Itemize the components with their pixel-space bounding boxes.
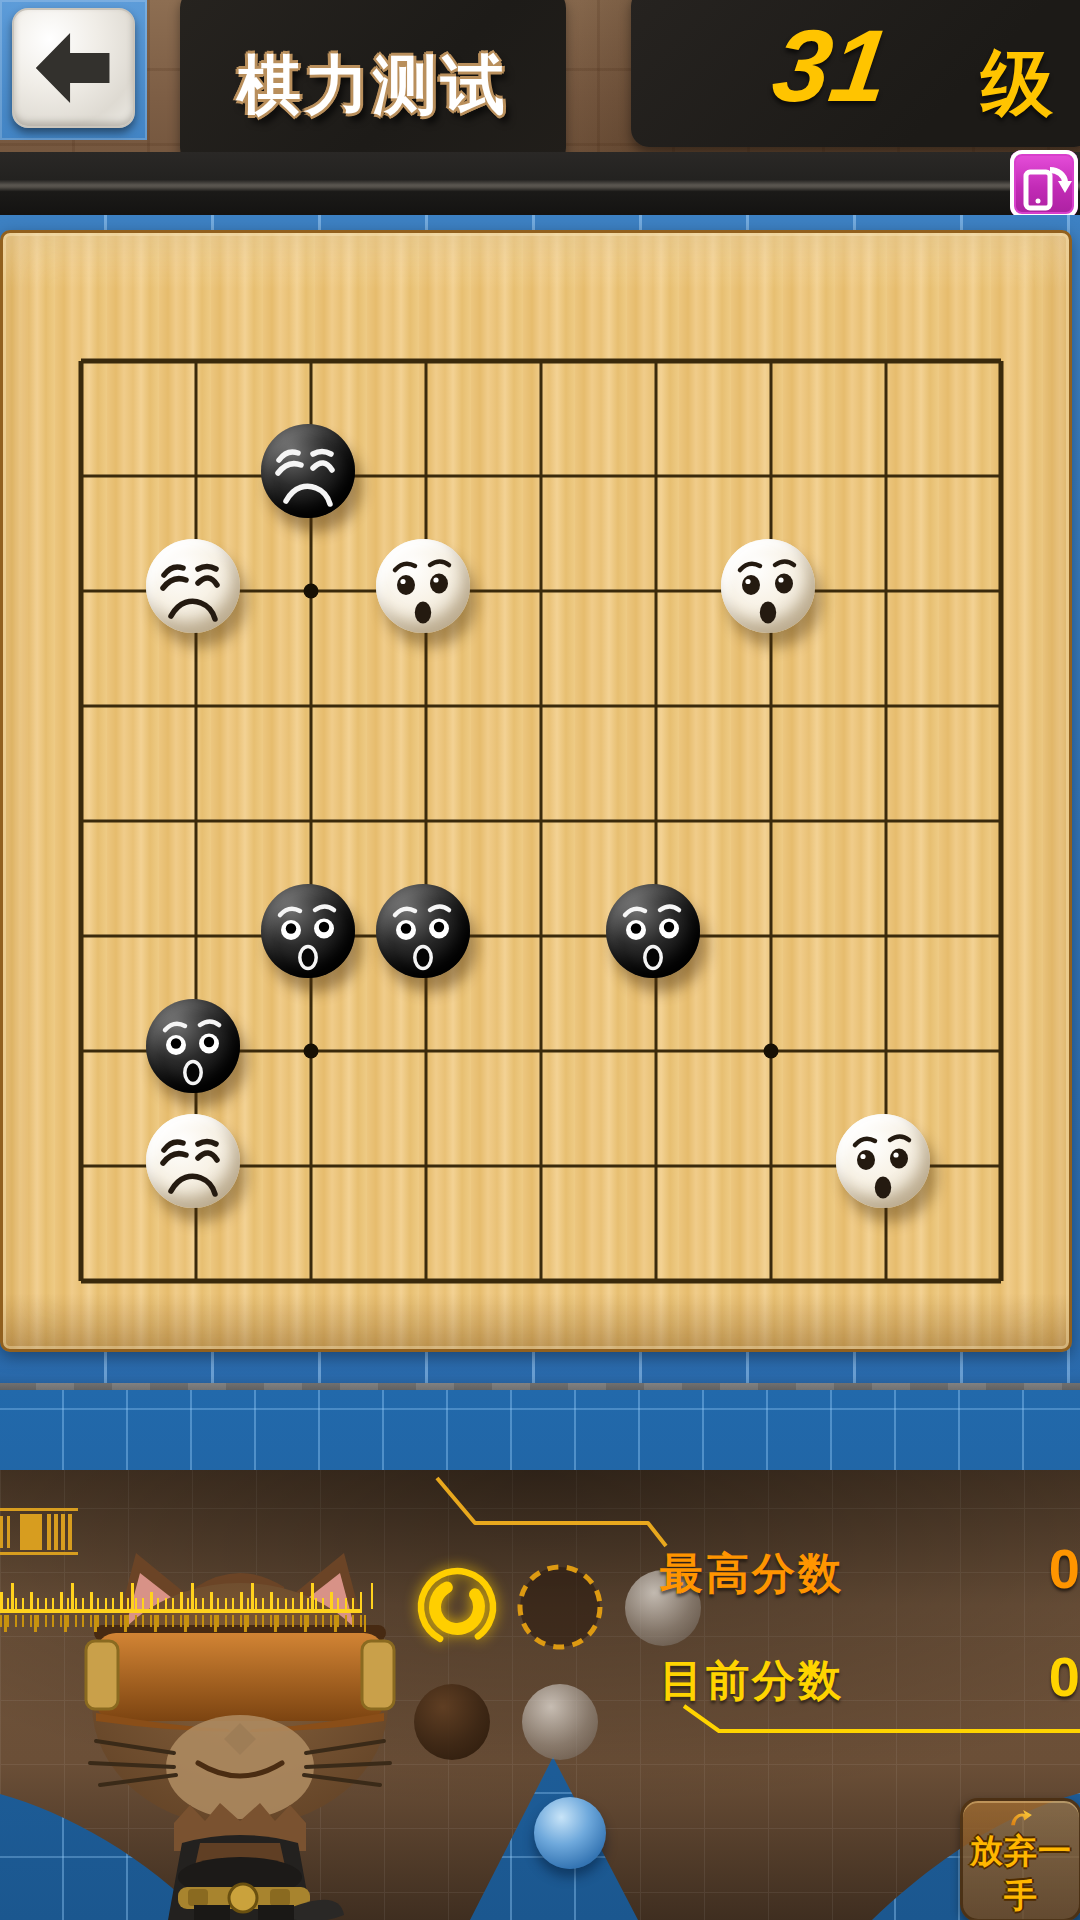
current-score-value: 0 <box>990 1644 1080 1709</box>
cat-goggles <box>96 1633 384 1721</box>
barcode-icon <box>0 1506 84 1562</box>
page-title: 棋力测试 <box>237 28 509 129</box>
blue-marble <box>534 1797 606 1869</box>
surprised-face-icon <box>836 1114 930 1208</box>
spinner-icon <box>407 1557 507 1657</box>
surprised-face-icon <box>606 884 700 978</box>
surprised-face-icon <box>376 884 470 978</box>
dark-stone-sphere <box>414 1684 490 1760</box>
pass-move-button[interactable]: 放弃一手 <box>960 1798 1080 1920</box>
star-point <box>304 1044 319 1059</box>
ghost-stone-sphere <box>522 1684 598 1760</box>
surprised-face-icon <box>376 539 470 633</box>
rotate-device-icon <box>1010 150 1078 218</box>
best-score-value: 0 <box>990 1536 1080 1601</box>
stone-white-sad-c2r3[interactable] <box>146 539 240 633</box>
level-value: 31 <box>733 8 929 125</box>
pass-arrow-icon <box>977 1809 1065 1827</box>
sad-face-icon <box>261 424 355 518</box>
game-screen: 棋力测试 31 级 <box>0 0 1080 1920</box>
toolbar-strip <box>0 152 1080 218</box>
title-plate: 棋力测试 <box>180 0 566 168</box>
stone-black-surprised-c2r7[interactable] <box>146 999 240 1093</box>
stone-black-surprised-c4r6[interactable] <box>376 884 470 978</box>
stone-white-surprised-c7r3[interactable] <box>721 539 815 633</box>
back-button[interactable] <box>12 8 135 128</box>
sad-face-icon <box>146 1114 240 1208</box>
current-score-label: 目前分数 <box>660 1652 844 1710</box>
stone-white-surprised-c4r3[interactable] <box>376 539 470 633</box>
level-unit: 级 <box>981 36 1053 132</box>
stone-black-sad-c3r2[interactable] <box>261 424 355 518</box>
stone-black-surprised-c6r6[interactable] <box>606 884 700 978</box>
rotate-device-button[interactable] <box>1010 150 1078 218</box>
back-arrow-icon <box>31 26 117 110</box>
sad-face-icon <box>146 539 240 633</box>
stone-white-sad-c2r8[interactable] <box>146 1114 240 1208</box>
surprised-face-icon <box>721 539 815 633</box>
surprised-face-icon <box>146 999 240 1093</box>
pass-button-label: 放弃一手 <box>963 1829 1079 1919</box>
stone-white-surprised-c8r8[interactable] <box>836 1114 930 1208</box>
level-plate: 31 级 <box>631 0 1080 147</box>
header: 棋力测试 31 级 <box>0 0 1080 218</box>
star-point <box>304 584 319 599</box>
dashed-circle-slot <box>516 1563 604 1651</box>
ruler-decoration <box>0 1583 362 1639</box>
star-point <box>764 1044 779 1059</box>
best-score-label: 最高分数 <box>660 1545 844 1603</box>
surprised-face-icon <box>261 884 355 978</box>
stone-black-surprised-c3r6[interactable] <box>261 884 355 978</box>
